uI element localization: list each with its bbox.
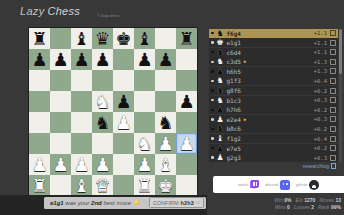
eval-label: +0.2 (314, 107, 327, 113)
square-a5[interactable] (29, 91, 50, 112)
confirm-move-button[interactable]: CONFIRMh2h31/2 (149, 197, 204, 208)
black-pawn: ♟ (113, 91, 134, 112)
github-icon (309, 180, 319, 190)
discord-icon (280, 180, 290, 190)
inspect-icon[interactable] (330, 49, 336, 55)
square-b6[interactable] (50, 70, 71, 91)
piece-icon: ♟ (216, 144, 225, 153)
move-label: b8c6 (227, 125, 241, 132)
white-pawn: ♟ (71, 154, 92, 175)
move-row[interactable]: ♞g8f6+0.2 (209, 86, 338, 95)
move-row[interactable]: ♞b8c6+0.2 (209, 124, 338, 133)
square-a6[interactable] (29, 70, 50, 91)
square-a8[interactable]: ♜ (29, 28, 50, 49)
square-e8[interactable]: ♚ (113, 28, 134, 49)
black-side-dot (211, 128, 214, 131)
black-rook: ♜ (29, 28, 50, 49)
square-d3[interactable] (92, 133, 113, 154)
move-row[interactable]: ♞c6d4+1.1 (209, 48, 338, 57)
white-side-dot (211, 137, 214, 140)
twitch-icon (250, 180, 259, 189)
square-f1[interactable]: ♜ (134, 175, 155, 196)
square-f2[interactable]: ♟ (134, 154, 155, 175)
piece-icon: ♞ (216, 57, 225, 66)
white-side-dot (211, 156, 214, 159)
scrollbar[interactable] (339, 29, 342, 163)
square-a1[interactable]: ♜ (29, 175, 50, 196)
white-pawn: ♟ (155, 133, 176, 154)
square-f5[interactable] (134, 91, 155, 112)
black-side-dot (211, 32, 214, 35)
eval-label: +1.1 (314, 40, 327, 46)
piece-icon: ♞ (216, 96, 225, 105)
square-d8[interactable]: ♛ (92, 28, 113, 49)
black-knight: ♞ (92, 112, 113, 133)
square-f6[interactable] (134, 70, 155, 91)
move-label: e1g1 (227, 39, 241, 46)
scrollbar-thumb[interactable] (339, 29, 342, 74)
move-row[interactable]: ♚e1g1+1.1 (209, 38, 338, 47)
square-c1[interactable]: ♝ (71, 175, 92, 196)
move-label: h7h6 (227, 106, 241, 113)
white-side-dot (211, 80, 214, 83)
square-g5[interactable] (155, 91, 176, 112)
white-pawn: ♟ (50, 154, 71, 175)
square-d1[interactable]: ♛ (92, 175, 113, 196)
white-knight: ♞ (92, 91, 113, 112)
move-row[interactable]: ♟h7h6+0.2 (209, 105, 338, 114)
black-pawn: ♟ (92, 49, 113, 70)
black-knight: ♞ (155, 112, 176, 133)
square-g6[interactable] (155, 70, 176, 91)
move-label: c3d5 (227, 58, 241, 65)
piece-icon: ♚ (216, 38, 225, 47)
inspect-icon[interactable] (330, 40, 336, 46)
black-queen: ♛ (92, 28, 113, 49)
black-pawn: ♟ (50, 49, 71, 70)
black-pawn: ♟ (155, 49, 176, 70)
move-label: g2g3 (227, 154, 241, 161)
square-g7[interactable]: ♟ (155, 49, 176, 70)
move-label: c6d4 (227, 49, 241, 56)
app-title: LazyChess (20, 5, 80, 17)
square-g1[interactable]: ♚ (155, 175, 176, 196)
inspect-icon[interactable] (330, 155, 336, 161)
white-bishop: ♝ (71, 175, 92, 196)
black-side-dot (211, 51, 214, 54)
white-side-dot (211, 41, 214, 44)
square-f8[interactable]: ♝ (134, 28, 155, 49)
lightbulb-icon (134, 200, 139, 205)
square-h7[interactable] (176, 49, 197, 70)
app-subtitle: © lazy chess (97, 13, 120, 18)
inspect-icon[interactable] (330, 126, 336, 132)
square-b7[interactable]: ♟ (50, 49, 71, 70)
research-log-link[interactable]: researchlog (303, 163, 336, 169)
move-row[interactable]: ♞g1f3+0.4 (209, 76, 338, 85)
white-bishop: ♝ (155, 154, 176, 175)
piece-icon: ♟ (216, 105, 225, 114)
best-move-star-icon: ● (243, 115, 246, 124)
square-g4[interactable]: ♞ (155, 112, 176, 133)
best-move-star-icon: ● (243, 57, 246, 66)
move-row[interactable]: ♟h6h5+1.3 (209, 67, 338, 76)
inspect-icon[interactable] (330, 97, 336, 103)
move-label: b1c3 (227, 97, 241, 104)
white-king: ♚ (155, 175, 176, 196)
square-h6[interactable] (176, 70, 197, 91)
white-knight: ♞ (134, 133, 155, 154)
eval-label: +1.1 (314, 49, 327, 55)
square-a3[interactable] (29, 133, 50, 154)
square-a4[interactable] (29, 112, 50, 133)
eval-label: +1.1 (314, 30, 327, 36)
inspect-icon[interactable] (330, 88, 336, 94)
piece-icon: ♞ (216, 76, 225, 85)
move-label: f1g2 (227, 135, 241, 142)
square-c8[interactable]: ♝ (71, 28, 92, 49)
move-label: g1f3 (227, 77, 241, 84)
inspect-icon[interactable] (330, 68, 336, 74)
black-pawn: ♟ (176, 91, 197, 112)
white-rook: ♜ (134, 175, 155, 196)
square-f4[interactable] (134, 112, 155, 133)
square-e5[interactable]: ♟ (113, 91, 134, 112)
eval-label: +0.3 (314, 97, 327, 103)
piece-icon: ♟ (216, 115, 225, 124)
move-row[interactable]: ♝f1g2+0.4 (209, 134, 338, 143)
square-b2[interactable]: ♟ (50, 154, 71, 175)
square-b5[interactable] (50, 91, 71, 112)
eval-label: +0.2 (314, 145, 327, 151)
square-h1[interactable] (176, 175, 197, 196)
external-link-icon (331, 163, 337, 169)
square-c7[interactable]: ♟ (71, 49, 92, 70)
square-h2[interactable] (176, 154, 197, 175)
square-e4[interactable]: ♟ (113, 112, 134, 133)
square-c2[interactable]: ♟ (71, 154, 92, 175)
move-row[interactable]: ♞b1c3+0.3 (209, 96, 338, 105)
stats-line-1: Win 0%Elo 1270Moves 13 (274, 197, 341, 204)
twitch-link[interactable]: twitch (238, 180, 259, 189)
square-d6[interactable] (92, 70, 113, 91)
move-label: g8f6 (227, 87, 241, 94)
square-h4[interactable] (176, 112, 197, 133)
eval-label: +0.4 (314, 136, 327, 142)
stats-line-2: Wins 0Losses 2Rank 99% (274, 204, 341, 211)
eval-label: +0.2 (314, 88, 327, 94)
square-e3[interactable] (113, 133, 134, 154)
inspect-icon[interactable] (330, 136, 336, 142)
square-g3[interactable]: ♟ (155, 133, 176, 154)
github-link[interactable]: github (296, 180, 319, 190)
move-label: h6h5 (227, 68, 241, 75)
social-strip: twitch discord github (213, 176, 344, 193)
inspect-icon[interactable] (330, 145, 336, 151)
white-pawn: ♟ (113, 112, 134, 133)
inspect-icon[interactable] (330, 78, 336, 84)
white-side-dot (211, 99, 214, 102)
square-b1[interactable] (50, 175, 71, 196)
square-g8[interactable] (155, 28, 176, 49)
inspect-icon[interactable] (330, 30, 336, 36)
piece-icon: ♞ (216, 124, 225, 133)
side-panel: ♞f6g4+1.1♚e1g1+1.1♞c6d4+1.1♞c3d5●+1.3♟h6… (207, 0, 344, 215)
piece-icon: ♞ (216, 48, 225, 57)
white-pawn: ♟ (29, 154, 50, 175)
white-pawn: ♟ (92, 154, 113, 175)
black-side-dot (211, 147, 214, 150)
square-h5[interactable]: ♟ (176, 91, 197, 112)
square-h8[interactable]: ♜ (176, 28, 197, 49)
square-g2[interactable]: ♝ (155, 154, 176, 175)
bottom-bar: e1g1 was your 2nd best move CONFIRMh2h31… (0, 195, 207, 215)
stats-readout: Win 0%Elo 1270Moves 13 Wins 0Losses 2Ran… (274, 197, 341, 211)
move-feedback-text: e1g1 was your 2nd best move (50, 200, 131, 206)
inspect-icon[interactable] (330, 116, 336, 122)
white-pawn: ♟ (176, 133, 197, 154)
square-h3[interactable]: ♟ (176, 133, 197, 154)
move-row[interactable]: ♟e7e5+0.2 (209, 144, 338, 153)
black-pawn: ♟ (71, 49, 92, 70)
white-rook: ♜ (29, 175, 50, 196)
black-bishop: ♝ (71, 28, 92, 49)
inspect-icon[interactable] (330, 107, 336, 113)
square-c3[interactable] (71, 133, 92, 154)
white-side-dot (211, 61, 214, 64)
eval-label: +0.2 (314, 126, 327, 132)
black-king: ♚ (113, 28, 134, 49)
square-c6[interactable] (71, 70, 92, 91)
piece-icon: ♝ (216, 134, 225, 143)
square-b8[interactable] (50, 28, 71, 49)
move-label: f6g4 (227, 30, 241, 37)
move-label: e7e5 (227, 145, 241, 152)
piece-icon: ♞ (216, 86, 225, 95)
black-side-dot (211, 70, 214, 73)
discord-link[interactable]: discord (265, 180, 290, 190)
black-side-dot (211, 89, 214, 92)
square-d2[interactable]: ♟ (92, 154, 113, 175)
square-a2[interactable]: ♟ (29, 154, 50, 175)
chess-board[interactable]: ♜♝♛♚♝♜♟♟♟♟♟♟♞♟♟♞♟♞♞♟♟♟♟♟♟♟♝♜♝♛♜♚ (28, 27, 198, 197)
square-a7[interactable]: ♟ (29, 49, 50, 70)
square-f7[interactable]: ♟ (134, 49, 155, 70)
piece-icon: ♟ (216, 67, 225, 76)
move-row[interactable]: ♞c3d5●+1.3 (209, 57, 338, 66)
black-pawn: ♟ (29, 49, 50, 70)
square-c5[interactable] (71, 91, 92, 112)
black-pawn: ♟ (134, 49, 155, 70)
square-d4[interactable]: ♞ (92, 112, 113, 133)
white-pawn: ♟ (134, 154, 155, 175)
piece-icon: ♟ (216, 153, 225, 162)
square-e1[interactable] (113, 175, 134, 196)
square-e2[interactable] (113, 154, 134, 175)
square-b4[interactable] (50, 112, 71, 133)
move-label: e2e4 (227, 116, 241, 123)
eval-label: +0.3 (314, 155, 327, 161)
move-feedback-bar: e1g1 was your 2nd best move CONFIRMh2h31… (44, 197, 206, 210)
move-list: ♞f6g4+1.1♚e1g1+1.1♞c6d4+1.1♞c3d5●+1.3♟h6… (209, 29, 338, 163)
move-row[interactable]: ♟g2g3+0.3 (209, 153, 338, 162)
black-bishop: ♝ (134, 28, 155, 49)
piece-icon: ♞ (216, 29, 225, 38)
square-e7[interactable] (113, 49, 134, 70)
eval-label: +0.4 (314, 78, 327, 84)
square-f3[interactable]: ♞ (134, 133, 155, 154)
eval-label: +1.3 (314, 68, 327, 74)
square-b3[interactable] (50, 133, 71, 154)
eval-label: +0.3 (314, 116, 327, 122)
square-d7[interactable]: ♟ (92, 49, 113, 70)
square-d5[interactable]: ♞ (92, 91, 113, 112)
black-side-dot (211, 109, 214, 112)
move-row[interactable]: ♟e2e4●+0.3 (209, 115, 338, 124)
square-e6[interactable] (113, 70, 134, 91)
inspect-icon[interactable] (330, 59, 336, 65)
white-side-dot (211, 118, 214, 121)
eval-label: +1.3 (314, 59, 327, 65)
move-row[interactable]: ♞f6g4+1.1 (209, 29, 338, 38)
square-c4[interactable] (71, 112, 92, 133)
white-queen: ♛ (92, 175, 113, 196)
black-rook: ♜ (176, 28, 197, 49)
